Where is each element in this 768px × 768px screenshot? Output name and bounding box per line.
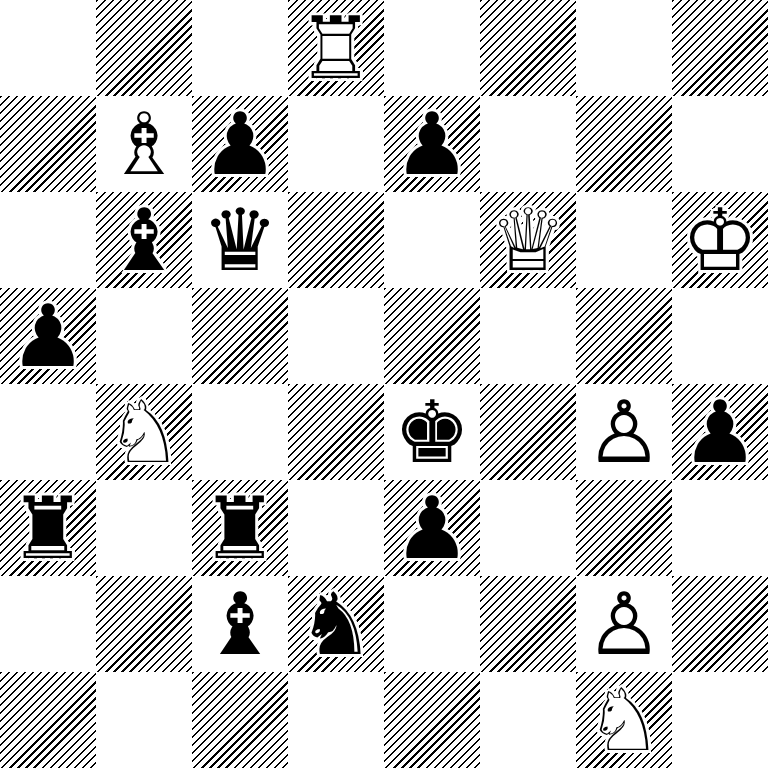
square-f2[interactable] xyxy=(480,576,576,672)
square-a7[interactable] xyxy=(0,96,96,192)
square-a5[interactable]: ♟♟ xyxy=(0,288,96,384)
white-king-icon[interactable]: ♔ xyxy=(672,192,768,288)
square-h5[interactable] xyxy=(672,288,768,384)
square-b3[interactable] xyxy=(96,480,192,576)
square-h6[interactable]: ♚♔ xyxy=(672,192,768,288)
white-bishop-icon[interactable]: ♗ xyxy=(96,96,192,192)
square-e6[interactable] xyxy=(384,192,480,288)
square-c2[interactable]: ♝♝ xyxy=(192,576,288,672)
black-pawn-icon[interactable]: ♟ xyxy=(0,288,96,384)
square-d4[interactable] xyxy=(288,384,384,480)
black-pawn-icon[interactable]: ♟ xyxy=(384,480,480,576)
white-pawn-icon[interactable]: ♙ xyxy=(576,384,672,480)
square-a1[interactable] xyxy=(0,672,96,768)
square-h4[interactable]: ♟♟ xyxy=(672,384,768,480)
square-a4[interactable] xyxy=(0,384,96,480)
white-pawn-icon[interactable]: ♙ xyxy=(576,576,672,672)
square-f6[interactable]: ♛♕ xyxy=(480,192,576,288)
square-a3[interactable]: ♜♜ xyxy=(0,480,96,576)
square-g2[interactable]: ♟♙ xyxy=(576,576,672,672)
white-rook-icon[interactable]: ♖ xyxy=(288,0,384,96)
square-h1[interactable] xyxy=(672,672,768,768)
square-f4[interactable] xyxy=(480,384,576,480)
black-king-icon[interactable]: ♚ xyxy=(384,384,480,480)
white-knight-icon[interactable]: ♘ xyxy=(576,672,672,768)
square-d5[interactable] xyxy=(288,288,384,384)
square-c5[interactable] xyxy=(192,288,288,384)
square-g6[interactable] xyxy=(576,192,672,288)
square-a2[interactable] xyxy=(0,576,96,672)
square-e4[interactable]: ♚♚ xyxy=(384,384,480,480)
square-f1[interactable] xyxy=(480,672,576,768)
square-d2[interactable]: ♞♞ xyxy=(288,576,384,672)
black-queen-icon[interactable]: ♛ xyxy=(192,192,288,288)
square-e8[interactable] xyxy=(384,0,480,96)
square-h7[interactable] xyxy=(672,96,768,192)
square-e7[interactable]: ♟♟ xyxy=(384,96,480,192)
black-knight-icon[interactable]: ♞ xyxy=(288,576,384,672)
square-a6[interactable] xyxy=(0,192,96,288)
black-pawn-icon[interactable]: ♟ xyxy=(672,384,768,480)
square-b7[interactable]: ♝♗ xyxy=(96,96,192,192)
black-rook-icon[interactable]: ♜ xyxy=(192,480,288,576)
black-rook-icon[interactable]: ♜ xyxy=(0,480,96,576)
square-f7[interactable] xyxy=(480,96,576,192)
black-bishop-icon[interactable]: ♝ xyxy=(96,192,192,288)
square-g8[interactable] xyxy=(576,0,672,96)
square-b8[interactable] xyxy=(96,0,192,96)
black-pawn-icon[interactable]: ♟ xyxy=(384,96,480,192)
square-d8[interactable]: ♜♖ xyxy=(288,0,384,96)
square-h2[interactable] xyxy=(672,576,768,672)
square-b4[interactable]: ♞♘ xyxy=(96,384,192,480)
square-d3[interactable] xyxy=(288,480,384,576)
square-e2[interactable] xyxy=(384,576,480,672)
square-f8[interactable] xyxy=(480,0,576,96)
square-f3[interactable] xyxy=(480,480,576,576)
square-b2[interactable] xyxy=(96,576,192,672)
square-h8[interactable] xyxy=(672,0,768,96)
square-a8[interactable] xyxy=(0,0,96,96)
square-g3[interactable] xyxy=(576,480,672,576)
square-d6[interactable] xyxy=(288,192,384,288)
chess-board: ♜♖♝♗♟♟♟♟♝♝♛♛♛♕♚♔♟♟♞♘♚♚♟♙♟♟♜♜♜♜♟♟♝♝♞♞♟♙♞♘ xyxy=(0,0,768,768)
black-bishop-icon[interactable]: ♝ xyxy=(192,576,288,672)
white-queen-icon[interactable]: ♕ xyxy=(480,192,576,288)
square-g1[interactable]: ♞♘ xyxy=(576,672,672,768)
square-e3[interactable]: ♟♟ xyxy=(384,480,480,576)
square-g4[interactable]: ♟♙ xyxy=(576,384,672,480)
square-g5[interactable] xyxy=(576,288,672,384)
square-c1[interactable] xyxy=(192,672,288,768)
square-b6[interactable]: ♝♝ xyxy=(96,192,192,288)
square-b5[interactable] xyxy=(96,288,192,384)
white-knight-icon[interactable]: ♘ xyxy=(96,384,192,480)
black-pawn-icon[interactable]: ♟ xyxy=(192,96,288,192)
square-b1[interactable] xyxy=(96,672,192,768)
square-c3[interactable]: ♜♜ xyxy=(192,480,288,576)
square-e1[interactable] xyxy=(384,672,480,768)
square-c4[interactable] xyxy=(192,384,288,480)
square-e5[interactable] xyxy=(384,288,480,384)
square-c7[interactable]: ♟♟ xyxy=(192,96,288,192)
square-f5[interactable] xyxy=(480,288,576,384)
square-h3[interactable] xyxy=(672,480,768,576)
square-g7[interactable] xyxy=(576,96,672,192)
square-d1[interactable] xyxy=(288,672,384,768)
square-c6[interactable]: ♛♛ xyxy=(192,192,288,288)
square-d7[interactable] xyxy=(288,96,384,192)
square-c8[interactable] xyxy=(192,0,288,96)
